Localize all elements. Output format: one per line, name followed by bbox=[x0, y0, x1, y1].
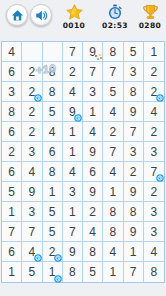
grid-cell[interactable]: 5 bbox=[43, 202, 63, 222]
grid-cell[interactable]: 6 bbox=[2, 242, 22, 262]
grid-cell[interactable]: 7 bbox=[63, 42, 83, 62]
cell-number: 7 bbox=[130, 266, 137, 278]
grid-cell[interactable]: 8 bbox=[83, 242, 103, 262]
grid-cell[interactable]: 5 bbox=[43, 222, 63, 242]
cell-number: 7 bbox=[69, 46, 76, 58]
grid-cell[interactable]: 3 bbox=[124, 62, 144, 82]
cell-number: 2 bbox=[69, 66, 76, 78]
cell-number: 1 bbox=[8, 206, 15, 218]
cell-number: 2 bbox=[151, 186, 158, 198]
grid-cell bbox=[22, 42, 42, 62]
best-stat: 0280 bbox=[135, 4, 165, 30]
grid-cell[interactable]: 9 bbox=[124, 102, 144, 122]
cell-number: 8 bbox=[69, 266, 76, 278]
cell-number: 3 bbox=[29, 146, 36, 158]
grid-cell[interactable]: 1 bbox=[63, 122, 83, 142]
grid-cell[interactable]: 1 bbox=[43, 182, 63, 202]
cell-number: 5 bbox=[49, 206, 56, 218]
grid-cell[interactable]: 5 bbox=[2, 182, 22, 202]
cell-number: 3 bbox=[151, 206, 158, 218]
grid-cell[interactable]: 3 bbox=[22, 202, 42, 222]
cell-number: 5 bbox=[130, 46, 137, 58]
grid-cell[interactable]: 7 bbox=[103, 62, 123, 82]
grid-cell[interactable]: 8 bbox=[124, 202, 144, 222]
grid-cell[interactable]: 4 bbox=[144, 242, 164, 262]
cell-number: 1 bbox=[49, 186, 56, 198]
cell-number: 2 bbox=[29, 126, 36, 138]
grid-cell[interactable]: 4 bbox=[83, 122, 103, 142]
grid-cell[interactable]: 9 bbox=[83, 142, 103, 162]
cell-number: 5 bbox=[29, 266, 36, 278]
grid-cell[interactable]: 2 bbox=[83, 202, 103, 222]
grid-cell[interactable]: 4 bbox=[144, 102, 164, 122]
grid-cell[interactable]: 7 bbox=[103, 142, 123, 162]
cell-number: 8 bbox=[130, 86, 137, 98]
grid-cell[interactable]: 6 bbox=[83, 162, 103, 182]
cell-number: 2 bbox=[151, 126, 158, 138]
grid-cell[interactable]: 1 bbox=[63, 142, 83, 162]
grid-cell[interactable]: 9 bbox=[63, 102, 83, 122]
clock-bonus-badge-icon bbox=[54, 254, 62, 262]
cell-number: 3 bbox=[130, 146, 137, 158]
grid-cell[interactable]: 4 bbox=[83, 222, 103, 242]
cell-number: 9 bbox=[69, 246, 76, 258]
cell-number: 1 bbox=[69, 146, 76, 158]
grid-cell[interactable]: 2 bbox=[144, 82, 164, 102]
grid-cell[interactable]: 8 bbox=[43, 62, 63, 82]
grid-cell[interactable]: 6 bbox=[2, 122, 22, 142]
grid-cell bbox=[43, 42, 63, 62]
cell-number: 7 bbox=[130, 126, 137, 138]
sound-button[interactable] bbox=[30, 4, 52, 26]
cell-number: 8 bbox=[49, 166, 56, 178]
cell-number: 4 bbox=[8, 46, 15, 58]
cell-number: 5 bbox=[110, 86, 117, 98]
clock-bonus-badge-icon bbox=[34, 94, 42, 102]
grid-cell[interactable]: 3 bbox=[144, 222, 164, 242]
cell-number: 3 bbox=[8, 86, 15, 98]
grid-cell[interactable]: 2 bbox=[144, 62, 164, 82]
grid-cell[interactable]: 2 bbox=[43, 242, 63, 262]
grid-cell[interactable]: 3 bbox=[144, 202, 164, 222]
grid-cell[interactable]: 8 bbox=[103, 222, 123, 242]
grid-cell[interactable]: 1 bbox=[2, 202, 22, 222]
grid-cell[interactable]: 1 bbox=[63, 202, 83, 222]
cell-number: 8 bbox=[49, 66, 56, 78]
cell-number: 7 bbox=[89, 66, 96, 78]
cell-number: 4 bbox=[110, 166, 117, 178]
cell-number: 4 bbox=[151, 106, 158, 118]
clock-bonus-badge-icon bbox=[34, 254, 42, 262]
cell-number: 1 bbox=[69, 126, 76, 138]
cell-number: 9 bbox=[130, 186, 137, 198]
cell-number: 1 bbox=[151, 46, 158, 58]
cell-number: 4 bbox=[69, 86, 76, 98]
cell-number: 5 bbox=[49, 106, 56, 118]
grid-cell[interactable]: 3 bbox=[2, 82, 22, 102]
grid-cell[interactable]: 9 bbox=[124, 182, 144, 202]
grid-cell[interactable]: 8 bbox=[43, 82, 63, 102]
cell-number: 1 bbox=[110, 186, 117, 198]
grid-cell[interactable]: 7 bbox=[2, 222, 22, 242]
cell-number: 5 bbox=[89, 266, 96, 278]
cell-number: 8 bbox=[151, 266, 158, 278]
cell-number: 2 bbox=[89, 206, 96, 218]
grid-cell[interactable]: 4 bbox=[63, 82, 83, 102]
clock-bonus-badge-icon bbox=[74, 114, 82, 122]
grid-cell[interactable]: 5 bbox=[83, 262, 103, 282]
cell-number: 3 bbox=[130, 66, 137, 78]
sound-icon bbox=[35, 9, 48, 22]
grid-cell[interactable]: 7 bbox=[144, 162, 164, 182]
grid-cell[interactable]: 2 bbox=[22, 82, 42, 102]
score-stat: 0010 bbox=[59, 4, 89, 30]
grid-cell[interactable]: 4 bbox=[22, 162, 42, 182]
star-icon bbox=[66, 4, 83, 20]
grid-cell[interactable]: 4 bbox=[2, 42, 22, 62]
grid-cell[interactable]: 2 bbox=[22, 62, 42, 82]
score-value: 0010 bbox=[63, 21, 85, 30]
cell-number: 8 bbox=[110, 226, 117, 238]
cell-number: 8 bbox=[49, 86, 56, 98]
grid-cell[interactable]: 6 bbox=[2, 62, 22, 82]
grid-cell[interactable]: 2 bbox=[124, 162, 144, 182]
clock-bonus-badge-icon bbox=[54, 275, 62, 283]
cell-number: 3 bbox=[151, 146, 158, 158]
cell-number: 2 bbox=[151, 66, 158, 78]
cell-number: 4 bbox=[89, 226, 96, 238]
cell-number: 9 bbox=[89, 46, 96, 58]
grid-cell[interactable]: 4 bbox=[103, 242, 123, 262]
timer-stat: 02:53 bbox=[98, 4, 132, 30]
grid-cell[interactable]: 1 bbox=[83, 102, 103, 122]
cell-number: 4 bbox=[29, 166, 36, 178]
cell-number: 1 bbox=[69, 206, 76, 218]
grid-cell[interactable]: 2 bbox=[63, 62, 83, 82]
cell-number: 7 bbox=[110, 66, 117, 78]
grid-cell[interactable]: 9 bbox=[83, 182, 103, 202]
grid-cell[interactable]: 5 bbox=[43, 102, 63, 122]
cell-number: 5 bbox=[8, 186, 15, 198]
grid-cell[interactable]: 8 bbox=[103, 42, 123, 62]
cell-number: 9 bbox=[130, 106, 137, 118]
grid-cell[interactable]: 1 bbox=[144, 42, 164, 62]
cell-number: 6 bbox=[8, 66, 15, 78]
grid-cell[interactable]: 2 bbox=[22, 102, 42, 122]
cell-number: 2 bbox=[130, 166, 137, 178]
board-grid: 4798516282773232843582825914946241427223… bbox=[1, 41, 165, 283]
cell-number: 6 bbox=[49, 146, 56, 158]
grid-cell[interactable]: 8 bbox=[63, 262, 83, 282]
cell-number: 7 bbox=[29, 226, 36, 238]
grid-cell[interactable]: 4 bbox=[103, 162, 123, 182]
cell-number: 7 bbox=[69, 226, 76, 238]
grid-cell[interactable]: 7 bbox=[124, 262, 144, 282]
cell-number: 6 bbox=[89, 166, 96, 178]
grid-cell[interactable]: 6 bbox=[43, 142, 63, 162]
grid-cell[interactable]: 4 bbox=[63, 162, 83, 182]
grid-cell[interactable]: 3 bbox=[22, 142, 42, 162]
grid-cell[interactable]: 3 bbox=[63, 182, 83, 202]
cell-number: 9 bbox=[89, 186, 96, 198]
grid-cell[interactable]: 9 bbox=[22, 182, 42, 202]
timer-icon bbox=[107, 4, 123, 20]
home-button[interactable] bbox=[6, 4, 28, 26]
grid-cell[interactable]: 8 bbox=[103, 202, 123, 222]
cell-number: 4 bbox=[151, 246, 158, 258]
cell-number: 6 bbox=[8, 126, 15, 138]
cell-number: 8 bbox=[89, 246, 96, 258]
cell-number: 2 bbox=[29, 66, 36, 78]
grid-cell[interactable]: 2 bbox=[144, 122, 164, 142]
cell-number: 3 bbox=[151, 226, 158, 238]
grid-cell[interactable]: 5 bbox=[103, 82, 123, 102]
cell-number: 9 bbox=[130, 226, 137, 238]
grid-cell[interactable]: 7 bbox=[124, 122, 144, 142]
cell-number: 9 bbox=[29, 186, 36, 198]
grid-cell[interactable]: 8 bbox=[124, 82, 144, 102]
grid-cell[interactable]: 1 bbox=[103, 182, 123, 202]
grid-cell[interactable]: 4 bbox=[103, 102, 123, 122]
grid-cell[interactable]: 2 bbox=[22, 122, 42, 142]
grid-cell[interactable]: 1 bbox=[2, 262, 22, 282]
cell-number: 1 bbox=[89, 106, 96, 118]
cell-number: 4 bbox=[89, 126, 96, 138]
cell-number: 2 bbox=[110, 126, 117, 138]
grid-cell[interactable]: 9 bbox=[83, 42, 103, 62]
grid-cell[interactable]: 8 bbox=[144, 262, 164, 282]
grid-cell[interactable]: 1 bbox=[43, 262, 63, 282]
cell-number: 3 bbox=[89, 86, 96, 98]
grid-cell[interactable]: 4 bbox=[43, 122, 63, 142]
cell-number: 3 bbox=[69, 186, 76, 198]
grid-cell[interactable]: 3 bbox=[144, 142, 164, 162]
cell-number: 2 bbox=[29, 106, 36, 118]
home-icon bbox=[11, 9, 24, 22]
cell-number: 4 bbox=[49, 126, 56, 138]
cell-number: 1 bbox=[110, 266, 117, 278]
grid-cell[interactable]: 2 bbox=[103, 122, 123, 142]
cell-number: 7 bbox=[110, 146, 117, 158]
cell-number: 9 bbox=[89, 146, 96, 158]
grid-cell[interactable]: 5 bbox=[124, 42, 144, 62]
grid-cell[interactable]: 2 bbox=[2, 142, 22, 162]
grid-cell[interactable]: 7 bbox=[22, 222, 42, 242]
grid-cell[interactable]: 8 bbox=[43, 162, 63, 182]
grid-cell[interactable]: 7 bbox=[63, 222, 83, 242]
grid-cell[interactable]: 1 bbox=[124, 242, 144, 262]
cell-number: 4 bbox=[69, 166, 76, 178]
best-score-value: 0280 bbox=[139, 21, 161, 30]
grid-cell[interactable]: 5 bbox=[22, 262, 42, 282]
cell-number: 7 bbox=[8, 226, 15, 238]
trophy-icon bbox=[143, 4, 158, 20]
grid-cell[interactable]: 3 bbox=[83, 82, 103, 102]
cell-number: 5 bbox=[49, 226, 56, 238]
grid-cell[interactable]: 8 bbox=[2, 102, 22, 122]
cell-number: 2 bbox=[8, 146, 15, 158]
cell-number: 3 bbox=[29, 206, 36, 218]
cell-number: 8 bbox=[110, 206, 117, 218]
cell-number: 4 bbox=[110, 106, 117, 118]
cell-number: 8 bbox=[8, 106, 15, 118]
cell-number: 1 bbox=[8, 266, 15, 278]
clock-bonus-badge-icon bbox=[156, 174, 164, 182]
cell-number: 1 bbox=[130, 246, 137, 258]
grid-cell[interactable]: 2 bbox=[144, 182, 164, 202]
cell-number: 6 bbox=[8, 166, 15, 178]
grid-cell[interactable]: 3 bbox=[124, 142, 144, 162]
clock-bonus-badge-icon bbox=[156, 94, 164, 102]
grid-cell[interactable]: 1 bbox=[103, 262, 123, 282]
grid-cell[interactable]: 6 bbox=[2, 162, 22, 182]
grid-cell[interactable]: 4 bbox=[22, 242, 42, 262]
grid-cell[interactable]: 7 bbox=[83, 62, 103, 82]
grid-cell[interactable]: 9 bbox=[63, 242, 83, 262]
cell-number: 6 bbox=[8, 246, 15, 258]
timer-value: 02:53 bbox=[102, 21, 128, 30]
cell-number: 4 bbox=[110, 246, 117, 258]
cell-number: 8 bbox=[110, 46, 117, 58]
cell-number: 8 bbox=[130, 206, 137, 218]
grid-cell[interactable]: 9 bbox=[124, 222, 144, 242]
